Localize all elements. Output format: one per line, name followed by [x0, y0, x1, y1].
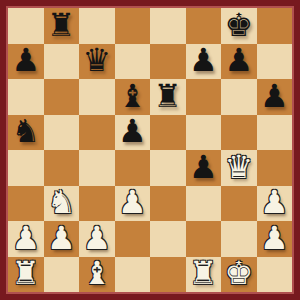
square-e6[interactable]: ♜ [150, 79, 186, 115]
square-h4[interactable] [257, 150, 293, 186]
square-c3[interactable] [79, 186, 115, 222]
square-e7[interactable] [150, 44, 186, 80]
black-pawn-piece: ♟ [189, 44, 218, 76]
square-b4[interactable] [44, 150, 80, 186]
white-pawn-piece: ♟ [47, 222, 76, 254]
square-d8[interactable] [115, 8, 151, 44]
square-d5[interactable]: ♟ [115, 115, 151, 151]
white-queen-piece: ♛ [224, 151, 253, 183]
square-b3[interactable]: ♞ [44, 186, 80, 222]
black-bishop-piece: ♝ [118, 80, 147, 112]
black-pawn-piece: ♟ [11, 44, 40, 76]
square-f8[interactable] [186, 8, 222, 44]
square-b2[interactable]: ♟ [44, 221, 80, 257]
square-a2[interactable]: ♟ [8, 221, 44, 257]
square-g4[interactable]: ♛ [221, 150, 257, 186]
square-c2[interactable]: ♟ [79, 221, 115, 257]
white-pawn-piece: ♟ [118, 186, 147, 218]
square-c5[interactable] [79, 115, 115, 151]
square-c8[interactable] [79, 8, 115, 44]
square-f5[interactable] [186, 115, 222, 151]
square-f6[interactable] [186, 79, 222, 115]
square-h6[interactable]: ♟ [257, 79, 293, 115]
square-f1[interactable]: ♜ [186, 257, 222, 293]
square-g2[interactable] [221, 221, 257, 257]
white-pawn-piece: ♟ [260, 222, 289, 254]
square-h1[interactable] [257, 257, 293, 293]
white-king-piece: ♚ [224, 257, 253, 289]
square-f2[interactable] [186, 221, 222, 257]
square-e8[interactable] [150, 8, 186, 44]
white-pawn-piece: ♟ [82, 222, 111, 254]
square-d1[interactable] [115, 257, 151, 293]
square-d2[interactable] [115, 221, 151, 257]
square-e3[interactable] [150, 186, 186, 222]
black-king-piece: ♚ [224, 9, 253, 41]
square-g5[interactable] [221, 115, 257, 151]
square-c4[interactable] [79, 150, 115, 186]
square-b1[interactable] [44, 257, 80, 293]
black-pawn-piece: ♟ [118, 115, 147, 147]
chess-board: ♜♚♟♛♟♟♝♜♟♞♟♟♛♞♟♟♟♟♟♟♜♝♜♚ [8, 8, 292, 292]
square-g8[interactable]: ♚ [221, 8, 257, 44]
square-d6[interactable]: ♝ [115, 79, 151, 115]
white-bishop-piece: ♝ [82, 257, 111, 289]
square-e4[interactable] [150, 150, 186, 186]
white-rook-piece: ♜ [11, 257, 40, 289]
square-b5[interactable] [44, 115, 80, 151]
white-pawn-piece: ♟ [11, 222, 40, 254]
square-h5[interactable] [257, 115, 293, 151]
square-h7[interactable] [257, 44, 293, 80]
black-knight-piece: ♞ [11, 115, 40, 147]
black-queen-piece: ♛ [82, 44, 111, 76]
square-e2[interactable] [150, 221, 186, 257]
black-pawn-piece: ♟ [189, 151, 218, 183]
square-c6[interactable] [79, 79, 115, 115]
square-c7[interactable]: ♛ [79, 44, 115, 80]
white-rook-piece: ♜ [189, 257, 218, 289]
square-f3[interactable] [186, 186, 222, 222]
square-g1[interactable]: ♚ [221, 257, 257, 293]
square-h8[interactable] [257, 8, 293, 44]
square-h3[interactable]: ♟ [257, 186, 293, 222]
square-f4[interactable]: ♟ [186, 150, 222, 186]
board-frame: ♜♚♟♛♟♟♝♜♟♞♟♟♛♞♟♟♟♟♟♟♜♝♜♚ [0, 0, 300, 300]
black-pawn-piece: ♟ [260, 80, 289, 112]
black-pawn-piece: ♟ [224, 44, 253, 76]
square-g7[interactable]: ♟ [221, 44, 257, 80]
square-b8[interactable]: ♜ [44, 8, 80, 44]
square-d4[interactable] [115, 150, 151, 186]
square-a6[interactable] [8, 79, 44, 115]
square-d7[interactable] [115, 44, 151, 80]
square-h2[interactable]: ♟ [257, 221, 293, 257]
black-rook-piece: ♜ [47, 9, 76, 41]
square-g6[interactable] [221, 79, 257, 115]
square-d3[interactable]: ♟ [115, 186, 151, 222]
square-e5[interactable] [150, 115, 186, 151]
square-b7[interactable] [44, 44, 80, 80]
square-a1[interactable]: ♜ [8, 257, 44, 293]
white-pawn-piece: ♟ [260, 186, 289, 218]
square-b6[interactable] [44, 79, 80, 115]
square-a8[interactable] [8, 8, 44, 44]
square-f7[interactable]: ♟ [186, 44, 222, 80]
square-e1[interactable] [150, 257, 186, 293]
white-knight-piece: ♞ [47, 186, 76, 218]
square-a3[interactable] [8, 186, 44, 222]
square-a5[interactable]: ♞ [8, 115, 44, 151]
square-g3[interactable] [221, 186, 257, 222]
square-c1[interactable]: ♝ [79, 257, 115, 293]
square-a4[interactable] [8, 150, 44, 186]
square-a7[interactable]: ♟ [8, 44, 44, 80]
black-rook-piece: ♜ [153, 80, 182, 112]
